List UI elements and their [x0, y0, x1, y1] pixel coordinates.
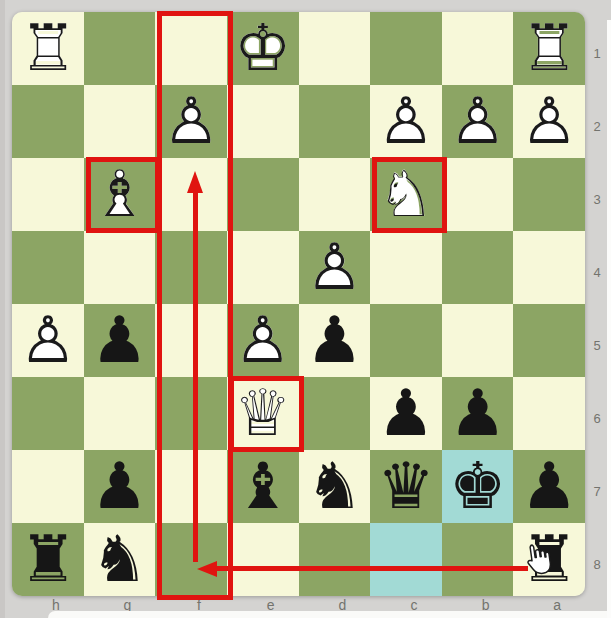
black-pawn[interactable]: ♟: [299, 304, 371, 377]
square-d4[interactable]: ♟♙: [299, 231, 371, 304]
white-king[interactable]: ♚♔: [227, 12, 299, 85]
piece-glyph-outline: ♖: [513, 12, 585, 85]
square-a1[interactable]: ♜♖: [513, 12, 585, 85]
white-knight[interactable]: ♞♘: [370, 158, 442, 231]
piece-glyph-outline: ♘: [370, 158, 442, 231]
white-rook[interactable]: ♜♖: [513, 12, 585, 85]
black-pawn[interactable]: ♟: [370, 377, 442, 450]
piece-glyph-fill: ♜: [12, 523, 84, 596]
square-d1[interactable]: [299, 12, 371, 85]
square-h7[interactable]: [12, 450, 84, 523]
rank-label-6: 6: [593, 410, 600, 425]
square-d7[interactable]: ♞: [299, 450, 371, 523]
piece-glyph-outline: ♙: [442, 85, 514, 158]
square-h3[interactable]: [12, 158, 84, 231]
piece-glyph-outline: ♗: [84, 158, 156, 231]
black-pawn[interactable]: ♟: [513, 450, 585, 523]
square-e7[interactable]: ♝: [227, 450, 299, 523]
piece-glyph-fill: ♟: [370, 377, 442, 450]
square-f3[interactable]: [155, 158, 227, 231]
piece-glyph-fill: ♟: [299, 304, 371, 377]
piece-glyph-fill: ♞: [299, 450, 371, 523]
square-g1[interactable]: [84, 12, 156, 85]
square-b5[interactable]: [442, 304, 514, 377]
rank-label-1: 1: [593, 45, 600, 60]
black-rook[interactable]: ♜: [12, 523, 84, 596]
square-b6[interactable]: ♟: [442, 377, 514, 450]
square-h4[interactable]: [12, 231, 84, 304]
square-f7[interactable]: [155, 450, 227, 523]
piece-glyph-fill: ♚: [442, 450, 514, 523]
square-f2[interactable]: ♟♙: [155, 85, 227, 158]
square-f4[interactable]: [155, 231, 227, 304]
square-g3[interactable]: ♝♗: [84, 158, 156, 231]
square-b7[interactable]: ♚: [442, 450, 514, 523]
square-c5[interactable]: [370, 304, 442, 377]
white-rook[interactable]: ♜♖: [12, 12, 84, 85]
square-h5[interactable]: ♟♙: [12, 304, 84, 377]
square-b1[interactable]: [442, 12, 514, 85]
black-king[interactable]: ♚: [442, 450, 514, 523]
bottom-panel-edge: [48, 611, 611, 618]
piece-glyph-outline: ♙: [155, 85, 227, 158]
square-d2[interactable]: [299, 85, 371, 158]
square-g8[interactable]: ♞: [84, 523, 156, 596]
piece-glyph-fill: ♟: [513, 450, 585, 523]
square-h1[interactable]: ♜♖: [12, 12, 84, 85]
square-b4[interactable]: [442, 231, 514, 304]
square-e4[interactable]: [227, 231, 299, 304]
square-c2[interactable]: ♟♙: [370, 85, 442, 158]
square-h2[interactable]: [12, 85, 84, 158]
square-c6[interactable]: ♟: [370, 377, 442, 450]
black-knight[interactable]: ♞: [299, 450, 371, 523]
square-a3[interactable]: [513, 158, 585, 231]
black-knight[interactable]: ♞: [84, 523, 156, 596]
square-a4[interactable]: [513, 231, 585, 304]
white-pawn[interactable]: ♟♙: [442, 85, 514, 158]
black-pawn[interactable]: ♟: [84, 450, 156, 523]
square-e5[interactable]: ♟♙: [227, 304, 299, 377]
piece-glyph-outline: ♙: [299, 231, 371, 304]
square-c1[interactable]: [370, 12, 442, 85]
black-queen[interactable]: ♛: [370, 450, 442, 523]
square-g2[interactable]: [84, 85, 156, 158]
square-c7[interactable]: ♛: [370, 450, 442, 523]
square-a2[interactable]: ♟♙: [513, 85, 585, 158]
square-d3[interactable]: [299, 158, 371, 231]
square-g5[interactable]: ♟: [84, 304, 156, 377]
square-f6[interactable]: [155, 377, 227, 450]
square-e8[interactable]: [227, 523, 299, 596]
piece-glyph-fill: ♜: [513, 523, 585, 596]
square-e1[interactable]: ♚♔: [227, 12, 299, 85]
rank-label-3: 3: [593, 191, 600, 206]
chess-analysis-page: ♜♖♚♔♜♖♟♙♟♙♟♙♟♙♝♗♞♘♟♙♟♙♟♟♙♟♛♕♟♟♟♝♞♛♚♟♜♞♜ …: [0, 0, 611, 618]
square-g4[interactable]: [84, 231, 156, 304]
square-f1[interactable]: [155, 12, 227, 85]
white-pawn[interactable]: ♟♙: [12, 304, 84, 377]
square-a7[interactable]: ♟: [513, 450, 585, 523]
white-pawn[interactable]: ♟♙: [513, 85, 585, 158]
rank-label-2: 2: [593, 118, 600, 133]
square-g6[interactable]: [84, 377, 156, 450]
rank-label-4: 4: [593, 264, 600, 279]
rank-label-7: 7: [593, 483, 600, 498]
square-c3[interactable]: ♞♘: [370, 158, 442, 231]
square-c4[interactable]: [370, 231, 442, 304]
piece-glyph-outline: ♙: [370, 85, 442, 158]
square-d8[interactable]: [299, 523, 371, 596]
piece-glyph-outline: ♔: [227, 12, 299, 85]
black-pawn[interactable]: ♟: [84, 304, 156, 377]
left-edge-strip: [0, 0, 5, 618]
piece-glyph-outline: ♙: [227, 304, 299, 377]
piece-glyph-outline: ♙: [12, 304, 84, 377]
piece-glyph-fill: ♝: [227, 450, 299, 523]
black-pawn[interactable]: ♟: [442, 377, 514, 450]
piece-glyph-outline: ♙: [513, 85, 585, 158]
square-h6[interactable]: [12, 377, 84, 450]
rank-label-5: 5: [593, 337, 600, 352]
rank-label-8: 8: [593, 556, 600, 571]
square-b2[interactable]: ♟♙: [442, 85, 514, 158]
white-bishop[interactable]: ♝♗: [84, 158, 156, 231]
black-bishop[interactable]: ♝: [227, 450, 299, 523]
square-c8[interactable]: [370, 523, 442, 596]
right-panel-edge: [607, 20, 611, 618]
white-pawn[interactable]: ♟♙: [155, 85, 227, 158]
square-b3[interactable]: [442, 158, 514, 231]
white-queen[interactable]: ♛♕: [227, 377, 299, 450]
square-f5[interactable]: [155, 304, 227, 377]
piece-glyph-fill: ♞: [84, 523, 156, 596]
square-f8[interactable]: [155, 523, 227, 596]
white-pawn[interactable]: ♟♙: [370, 85, 442, 158]
square-a8[interactable]: ♜: [513, 523, 585, 596]
square-a6[interactable]: [513, 377, 585, 450]
piece-glyph-fill: ♟: [84, 450, 156, 523]
square-b8[interactable]: [442, 523, 514, 596]
white-pawn[interactable]: ♟♙: [299, 231, 371, 304]
chess-board[interactable]: ♜♖♚♔♜♖♟♙♟♙♟♙♟♙♝♗♞♘♟♙♟♙♟♟♙♟♛♕♟♟♟♝♞♛♚♟♜♞♜: [12, 12, 585, 596]
piece-glyph-fill: ♛: [370, 450, 442, 523]
square-d6[interactable]: [299, 377, 371, 450]
square-g7[interactable]: ♟: [84, 450, 156, 523]
piece-glyph-outline: ♕: [227, 377, 299, 450]
square-e3[interactable]: [227, 158, 299, 231]
square-a5[interactable]: [513, 304, 585, 377]
piece-glyph-fill: ♟: [84, 304, 156, 377]
black-rook[interactable]: ♜: [513, 523, 585, 596]
square-d5[interactable]: ♟: [299, 304, 371, 377]
square-e6[interactable]: ♛♕: [227, 377, 299, 450]
white-pawn[interactable]: ♟♙: [227, 304, 299, 377]
piece-glyph-fill: ♟: [442, 377, 514, 450]
square-h8[interactable]: ♜: [12, 523, 84, 596]
square-e2[interactable]: [227, 85, 299, 158]
piece-glyph-outline: ♖: [12, 12, 84, 85]
